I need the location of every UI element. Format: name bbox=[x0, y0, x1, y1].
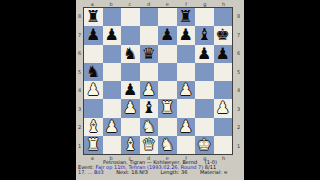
thumbnail-stage: abcdefgh 87654321 87654321 ♜♜♟♟♟♟♝♚♞♛♟♟♞… bbox=[0, 0, 320, 180]
square-f2[interactable]: ♟ bbox=[177, 118, 196, 136]
rank-label-4: 4 bbox=[77, 81, 82, 100]
square-a4[interactable]: ♟ bbox=[84, 81, 103, 99]
piece-bN-a5: ♞ bbox=[84, 63, 103, 81]
material-label: Material: bbox=[200, 169, 222, 175]
square-e2[interactable] bbox=[158, 118, 177, 136]
square-d2[interactable]: ♞ bbox=[140, 118, 159, 136]
piece-bP-c4: ♟ bbox=[121, 81, 140, 99]
rank-label-4: 4 bbox=[234, 81, 243, 100]
rank-label-6: 6 bbox=[77, 44, 82, 63]
square-b4[interactable] bbox=[103, 81, 122, 99]
rank-label-8: 8 bbox=[234, 7, 243, 26]
square-a7[interactable]: ♟ bbox=[84, 26, 103, 44]
piece-wP-b2: ♟ bbox=[103, 118, 122, 136]
piece-bB-g7: ♝ bbox=[195, 26, 214, 44]
piece-bN-c6: ♞ bbox=[121, 45, 140, 63]
square-c6[interactable]: ♞ bbox=[121, 45, 140, 63]
square-h1[interactable] bbox=[214, 136, 233, 154]
square-d1[interactable]: ♛ bbox=[140, 136, 159, 154]
next-move-value: 18.Nf3 bbox=[131, 169, 148, 175]
rank-label-1: 1 bbox=[77, 137, 82, 156]
rank-label-2: 2 bbox=[234, 118, 243, 137]
piece-wN-e1: ♞ bbox=[158, 136, 177, 154]
piece-wP-c3: ♟ bbox=[121, 99, 140, 117]
square-e1[interactable]: ♞ bbox=[158, 136, 177, 154]
piece-bR-a8: ♜ bbox=[84, 8, 103, 26]
square-g5[interactable] bbox=[195, 63, 214, 81]
piece-bK-h7: ♚ bbox=[214, 26, 233, 44]
next-move-label: Next: bbox=[116, 169, 129, 175]
square-h2[interactable] bbox=[214, 118, 233, 136]
rank-label-7: 7 bbox=[77, 26, 82, 45]
square-c7[interactable] bbox=[121, 26, 140, 44]
piece-wR-a1: ♜ bbox=[84, 136, 103, 154]
square-e4[interactable] bbox=[158, 81, 177, 99]
piece-wK-g1: ♚ bbox=[195, 136, 214, 154]
rank-label-8: 8 bbox=[77, 7, 82, 26]
piece-wP-f2: ♟ bbox=[177, 118, 196, 136]
square-h3[interactable]: ♟ bbox=[214, 99, 233, 117]
square-b5[interactable] bbox=[103, 63, 122, 81]
square-e6[interactable] bbox=[158, 45, 177, 63]
square-e3[interactable]: ♜ bbox=[158, 99, 177, 117]
material-value: = bbox=[224, 169, 228, 175]
piece-bP-b7: ♟ bbox=[103, 26, 122, 44]
square-b1[interactable] bbox=[103, 136, 122, 154]
piece-wQ-d1: ♛ bbox=[140, 136, 159, 154]
square-c3[interactable]: ♟ bbox=[121, 99, 140, 117]
square-b3[interactable] bbox=[103, 99, 122, 117]
rank-label-7: 7 bbox=[234, 26, 243, 45]
square-e7[interactable]: ♟ bbox=[158, 26, 177, 44]
piece-wR-e3: ♜ bbox=[158, 99, 177, 117]
square-b8[interactable] bbox=[103, 8, 122, 26]
material-item: Material: = bbox=[200, 170, 228, 175]
square-h4[interactable] bbox=[214, 81, 233, 99]
length-item: Length: 36 bbox=[160, 170, 187, 175]
rank-label-2: 2 bbox=[77, 118, 82, 137]
square-c4[interactable]: ♟ bbox=[121, 81, 140, 99]
move-status-line: 17. ... Bd3 Next: 18.Nf3 Length: 36 Mate… bbox=[78, 170, 228, 175]
square-b2[interactable]: ♟ bbox=[103, 118, 122, 136]
square-d6[interactable]: ♛ bbox=[140, 45, 159, 63]
square-a8[interactable]: ♜ bbox=[84, 8, 103, 26]
square-a3[interactable] bbox=[84, 99, 103, 117]
chess-panel: abcdefgh 87654321 87654321 ♜♜♟♟♟♟♝♚♞♛♟♟♞… bbox=[76, 0, 244, 180]
square-f6[interactable] bbox=[177, 45, 196, 63]
square-g4[interactable] bbox=[195, 81, 214, 99]
square-g6[interactable]: ♟ bbox=[195, 45, 214, 63]
square-d8[interactable] bbox=[140, 8, 159, 26]
chess-board: ♜♜♟♟♟♟♝♚♞♛♟♟♞♟♟♟♟♟♝♜♟♝♟♞♟♜♝♛♞♚ bbox=[83, 7, 233, 155]
piece-wP-h3: ♟ bbox=[214, 99, 233, 117]
square-a1[interactable]: ♜ bbox=[84, 136, 103, 154]
piece-bP-f7: ♟ bbox=[177, 26, 196, 44]
square-a2[interactable]: ♝ bbox=[84, 118, 103, 136]
last-move: 17. ... Bd3 bbox=[78, 170, 104, 175]
letterbox-left bbox=[0, 0, 76, 180]
piece-wP-d4: ♟ bbox=[140, 81, 159, 99]
rank-label-1: 1 bbox=[234, 137, 243, 156]
piece-wB-a2: ♝ bbox=[84, 118, 103, 136]
square-f8[interactable]: ♜ bbox=[177, 8, 196, 26]
square-f1[interactable] bbox=[177, 136, 196, 154]
piece-bP-g6: ♟ bbox=[195, 45, 214, 63]
square-e8[interactable] bbox=[158, 8, 177, 26]
piece-bP-a7: ♟ bbox=[84, 26, 103, 44]
square-d4[interactable]: ♟ bbox=[140, 81, 159, 99]
square-b7[interactable]: ♟ bbox=[103, 26, 122, 44]
rank-label-3: 3 bbox=[234, 100, 243, 119]
square-c2[interactable] bbox=[121, 118, 140, 136]
square-g2[interactable] bbox=[195, 118, 214, 136]
next-move-item: Next: 18.Nf3 bbox=[116, 170, 148, 175]
length-value: 36 bbox=[181, 169, 187, 175]
rank-labels-right: 87654321 bbox=[234, 7, 243, 155]
rank-label-3: 3 bbox=[77, 100, 82, 119]
square-h7[interactable]: ♚ bbox=[214, 26, 233, 44]
square-f7[interactable]: ♟ bbox=[177, 26, 196, 44]
square-a6[interactable] bbox=[84, 45, 103, 63]
square-e5[interactable] bbox=[158, 63, 177, 81]
square-a5[interactable]: ♞ bbox=[84, 63, 103, 81]
piece-wP-a4: ♟ bbox=[84, 81, 103, 99]
square-h8[interactable] bbox=[214, 8, 233, 26]
square-c8[interactable] bbox=[121, 8, 140, 26]
piece-bP-h6: ♟ bbox=[214, 45, 233, 63]
square-d5[interactable] bbox=[140, 63, 159, 81]
rank-label-6: 6 bbox=[234, 44, 243, 63]
rank-label-5: 5 bbox=[77, 63, 82, 82]
square-f4[interactable]: ♟ bbox=[177, 81, 196, 99]
square-f3[interactable] bbox=[177, 99, 196, 117]
square-f5[interactable] bbox=[177, 63, 196, 81]
square-c1[interactable]: ♝ bbox=[121, 136, 140, 154]
square-b6[interactable] bbox=[103, 45, 122, 63]
square-d3[interactable]: ♝ bbox=[140, 99, 159, 117]
square-h6[interactable]: ♟ bbox=[214, 45, 233, 63]
piece-bQ-d6: ♛ bbox=[140, 45, 159, 63]
square-g1[interactable]: ♚ bbox=[195, 136, 214, 154]
piece-bR-f8: ♜ bbox=[177, 8, 196, 26]
square-c5[interactable] bbox=[121, 63, 140, 81]
length-label: Length: bbox=[160, 169, 179, 175]
piece-bP-e7: ♟ bbox=[158, 26, 177, 44]
piece-wP-f4: ♟ bbox=[177, 81, 196, 99]
piece-wN-d2: ♞ bbox=[140, 118, 159, 136]
square-h5[interactable] bbox=[214, 63, 233, 81]
square-g3[interactable] bbox=[195, 99, 214, 117]
piece-bB-d3: ♝ bbox=[140, 99, 159, 117]
piece-wB-c1: ♝ bbox=[121, 136, 140, 154]
rank-label-5: 5 bbox=[234, 63, 243, 82]
rank-labels-left: 87654321 bbox=[77, 7, 82, 155]
letterbox-right bbox=[244, 0, 320, 180]
square-d7[interactable] bbox=[140, 26, 159, 44]
square-g7[interactable]: ♝ bbox=[195, 26, 214, 44]
square-g8[interactable] bbox=[195, 8, 214, 26]
